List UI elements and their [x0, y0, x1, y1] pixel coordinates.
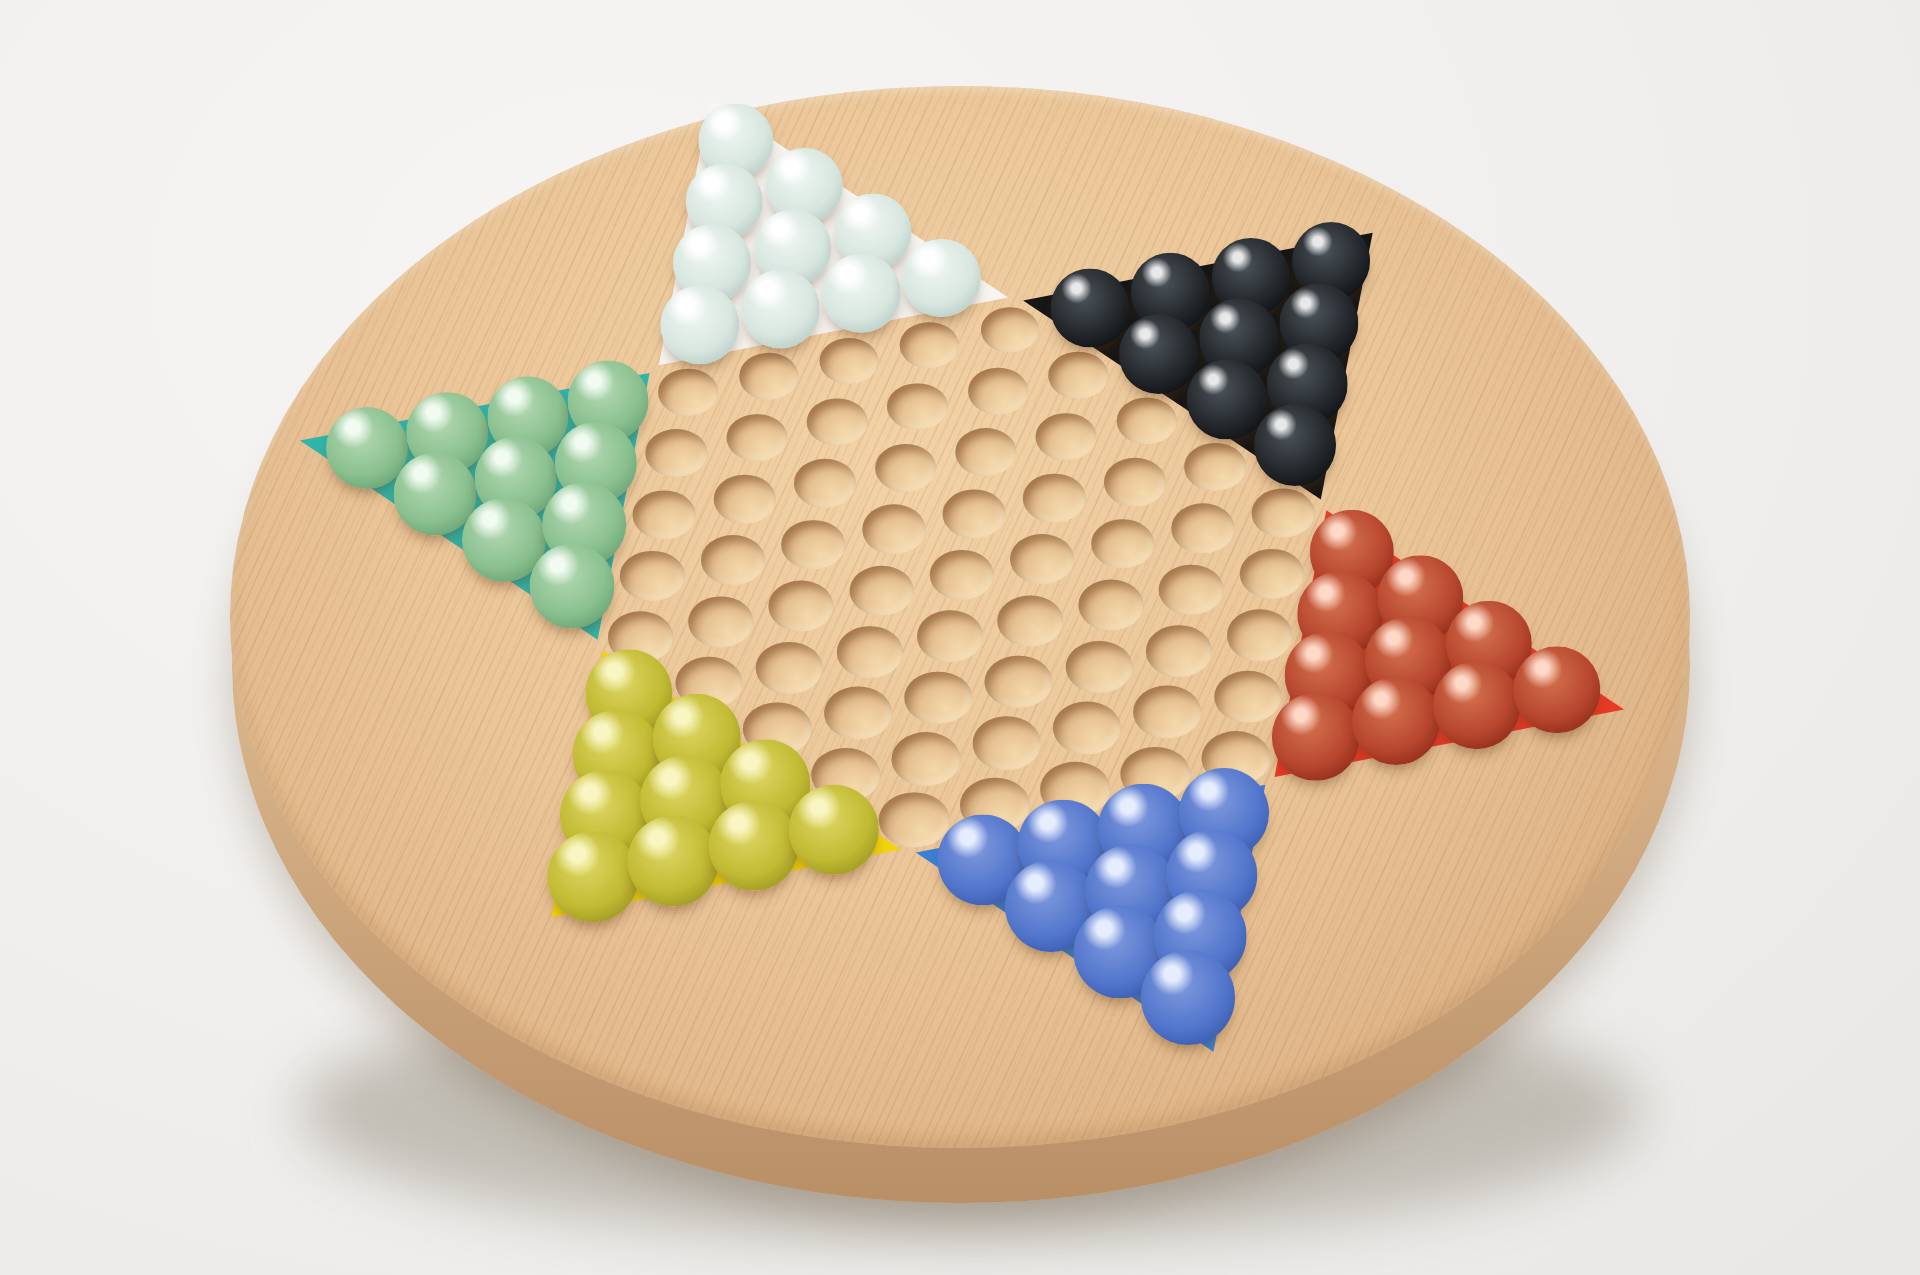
marble-white[interactable]: [741, 270, 820, 349]
marbles-layer: [0, 0, 1920, 1275]
marble-black[interactable]: [1119, 314, 1199, 394]
marble-yellow[interactable]: [547, 831, 638, 922]
marble-yellow[interactable]: [628, 816, 719, 907]
marble-black[interactable]: [1254, 404, 1336, 486]
marble-black[interactable]: [1186, 359, 1267, 440]
marble-red[interactable]: [1514, 646, 1601, 733]
marble-yellow[interactable]: [789, 785, 879, 875]
marble-red[interactable]: [1272, 692, 1360, 780]
marble-white[interactable]: [902, 239, 980, 317]
marble-black[interactable]: [1051, 269, 1130, 348]
board-scene: [0, 0, 1920, 1275]
marble-red[interactable]: [1433, 662, 1521, 750]
marble-green[interactable]: [326, 407, 408, 489]
marble-yellow[interactable]: [708, 800, 799, 891]
marble-green[interactable]: [530, 543, 615, 628]
marble-blue[interactable]: [1141, 950, 1235, 1044]
marble-white[interactable]: [661, 285, 740, 364]
marble-white[interactable]: [822, 254, 901, 333]
marble-red[interactable]: [1352, 677, 1440, 765]
